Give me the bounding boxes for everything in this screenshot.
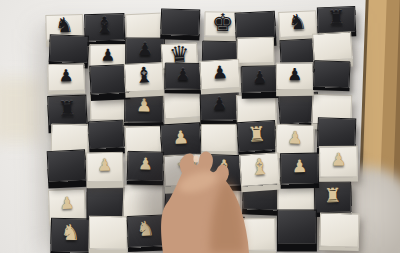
black-pawn[interactable]: ♟: [287, 66, 302, 83]
white-bishop[interactable]: ♝: [214, 157, 233, 178]
square-h4[interactable]: [317, 117, 356, 148]
black-pawn[interactable]: ♟: [211, 63, 228, 82]
white-pawn[interactable]: ♟: [138, 156, 153, 173]
white-bishop[interactable]: ♝: [249, 156, 270, 179]
square-f1[interactable]: [238, 218, 276, 251]
black-king[interactable]: ♚: [212, 10, 234, 35]
black-pawn[interactable]: ♟: [176, 66, 191, 82]
blurred-left-object: [0, 78, 42, 142]
square-g3[interactable]: ♟: [280, 153, 319, 185]
square-a2[interactable]: ♟: [48, 189, 86, 221]
square-g6[interactable]: ♟: [276, 62, 314, 90]
square-a7[interactable]: [49, 34, 89, 63]
square-a1[interactable]: ♞: [50, 218, 90, 253]
square-e2[interactable]: [202, 181, 240, 213]
white-queen[interactable]: ♛: [173, 151, 204, 185]
black-rook[interactable]: ♜: [58, 98, 77, 119]
square-f3[interactable]: ♝: [239, 152, 281, 187]
white-knight[interactable]: ♞: [60, 222, 80, 244]
black-pawn[interactable]: ♟: [100, 47, 115, 64]
square-c5[interactable]: ♟: [124, 92, 164, 123]
square-c1[interactable]: ♞: [127, 215, 165, 249]
square-g1[interactable]: [277, 210, 317, 245]
square-h3[interactable]: ♟: [319, 146, 358, 178]
square-d8[interactable]: [160, 8, 200, 36]
black-bishop[interactable]: ♝: [134, 64, 154, 87]
white-rook[interactable]: ♜: [324, 185, 342, 205]
black-pawn[interactable]: ♟: [252, 69, 267, 86]
white-pawn[interactable]: ♟: [97, 157, 112, 174]
square-a3[interactable]: [47, 149, 87, 182]
square-e3[interactable]: ♝: [204, 154, 243, 186]
square-h7[interactable]: [312, 31, 353, 61]
square-b5[interactable]: [90, 91, 128, 120]
square-h8[interactable]: ♜: [317, 6, 356, 34]
white-pawn[interactable]: ♟: [59, 194, 74, 211]
square-g2[interactable]: [277, 181, 315, 213]
square-f7[interactable]: [237, 37, 275, 64]
black-bishop[interactable]: ♝: [94, 14, 115, 37]
square-f4[interactable]: ♜: [237, 120, 277, 152]
square-e5[interactable]: ♟: [200, 91, 239, 121]
white-king[interactable]: ♚: [214, 219, 238, 245]
square-h1[interactable]: [319, 213, 359, 248]
black-pawn[interactable]: ♟: [211, 95, 227, 113]
chess-board[interactable]: ♞♝♚♞♜♟♟♛♟♝♟♟♟♟♜♟♟♟♜♟♟♟♛♝♝♟♟♟♜♞♞♚: [48, 10, 355, 250]
white-pawn[interactable]: ♟: [331, 151, 347, 168]
black-knight[interactable]: ♞: [288, 11, 308, 33]
square-f6[interactable]: ♟: [241, 65, 278, 93]
square-c8[interactable]: [125, 12, 164, 39]
square-d2[interactable]: [164, 186, 203, 220]
white-pawn[interactable]: ♟: [287, 129, 303, 147]
square-a5[interactable]: ♜: [47, 95, 87, 126]
square-d3[interactable]: ♛: [163, 154, 203, 187]
square-b8[interactable]: ♝: [84, 13, 125, 42]
white-pawn[interactable]: ♟: [136, 97, 152, 115]
square-g4[interactable]: ♟: [275, 124, 314, 156]
square-e6[interactable]: ♟: [199, 59, 240, 91]
white-pawn[interactable]: ♟: [172, 128, 189, 147]
square-e4[interactable]: [201, 124, 237, 152]
square-b3[interactable]: ♟: [86, 152, 123, 183]
square-b4[interactable]: [88, 120, 125, 150]
photo-scene: ♞♝♚♞♜♟♟♛♟♝♟♟♟♟♜♟♟♟♜♟♟♟♛♝♝♟♟♟♜♞♞♚: [0, 0, 400, 253]
black-pawn[interactable]: ♟: [137, 41, 153, 59]
square-d5[interactable]: [163, 89, 202, 120]
square-d6[interactable]: ♟: [165, 63, 202, 90]
square-h2[interactable]: ♜: [314, 181, 352, 213]
black-rook[interactable]: ♜: [327, 7, 346, 28]
square-c3[interactable]: ♟: [127, 151, 164, 182]
white-rook[interactable]: ♜: [247, 124, 266, 145]
square-d1[interactable]: [165, 220, 201, 251]
white-knight[interactable]: ♞: [136, 219, 155, 240]
square-a6[interactable]: ♟: [47, 63, 85, 91]
black-pawn[interactable]: ♟: [58, 67, 73, 84]
square-c6[interactable]: ♝: [124, 62, 165, 93]
white-pawn[interactable]: ♟: [292, 158, 308, 175]
square-b1[interactable]: [89, 216, 128, 250]
black-knight[interactable]: ♞: [55, 15, 74, 36]
square-h6[interactable]: [313, 60, 350, 88]
